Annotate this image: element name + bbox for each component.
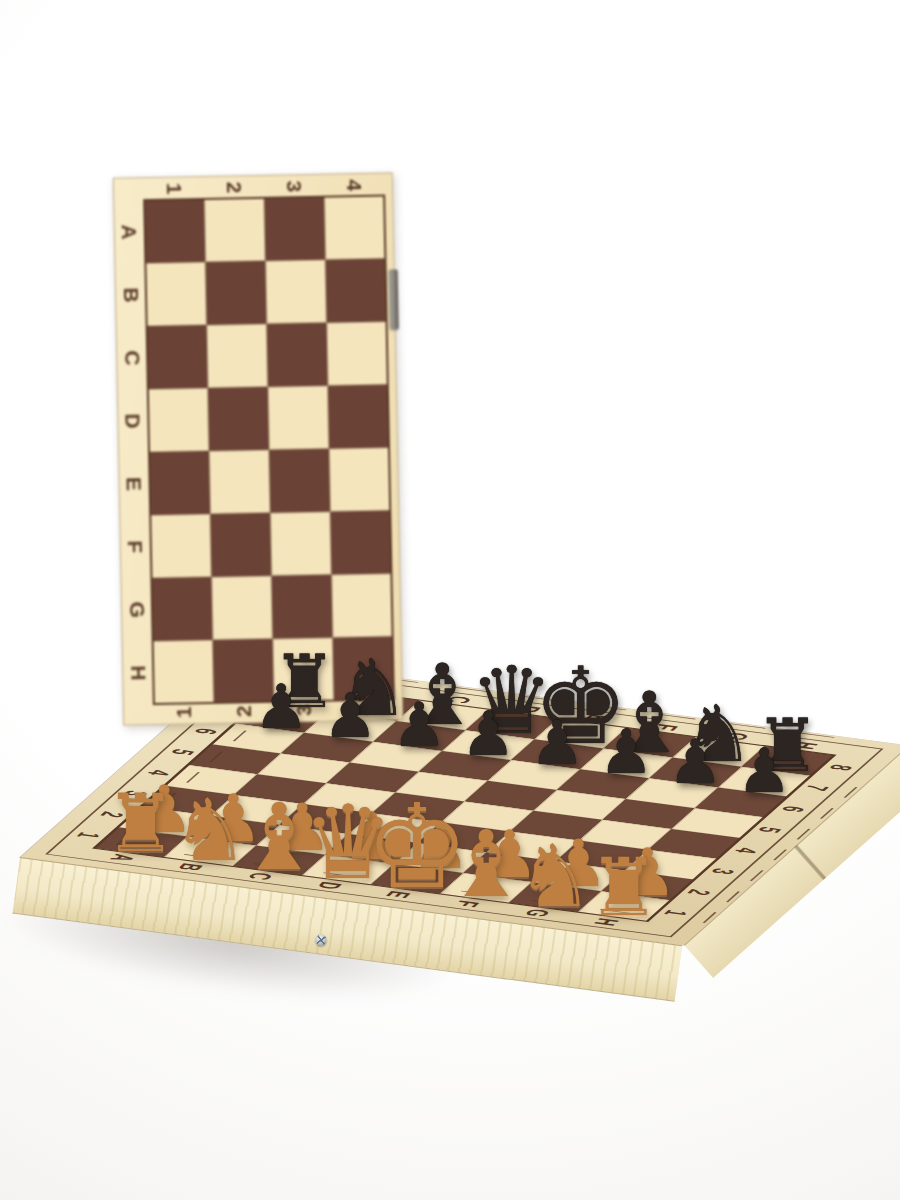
piece-white-bishop[interactable]: ♝ [445,819,527,911]
piece-white-knight[interactable]: ♞ [516,833,593,919]
piece-black-pawn[interactable]: ♟ [530,712,585,773]
piece-black-pawn[interactable]: ♟ [323,685,378,746]
piece-black-pawn[interactable]: ♟ [392,694,447,755]
piece-black-pawn[interactable]: ♟ [737,740,792,801]
piece-white-rook[interactable]: ♜ [105,784,177,864]
piece-black-pawn[interactable]: ♟ [254,676,309,737]
piece-black-pawn[interactable]: ♟ [461,703,516,764]
piece-black-pawn[interactable]: ♟ [599,721,654,782]
chess-set-photo-scene: ABCDEFGHABCDEFGH8765432187654321 1234ABC… [0,0,900,1200]
piece-black-pawn[interactable]: ♟ [668,731,723,792]
piece-white-rook[interactable]: ♜ [588,848,660,928]
pieces-layer: ♜♞♝♛♚♝♞♜♟♟♟♟♟♟♟♟♟♟♟♟♟♟♟♟♜♞♝♛♚♝♞♜ [0,0,900,1200]
